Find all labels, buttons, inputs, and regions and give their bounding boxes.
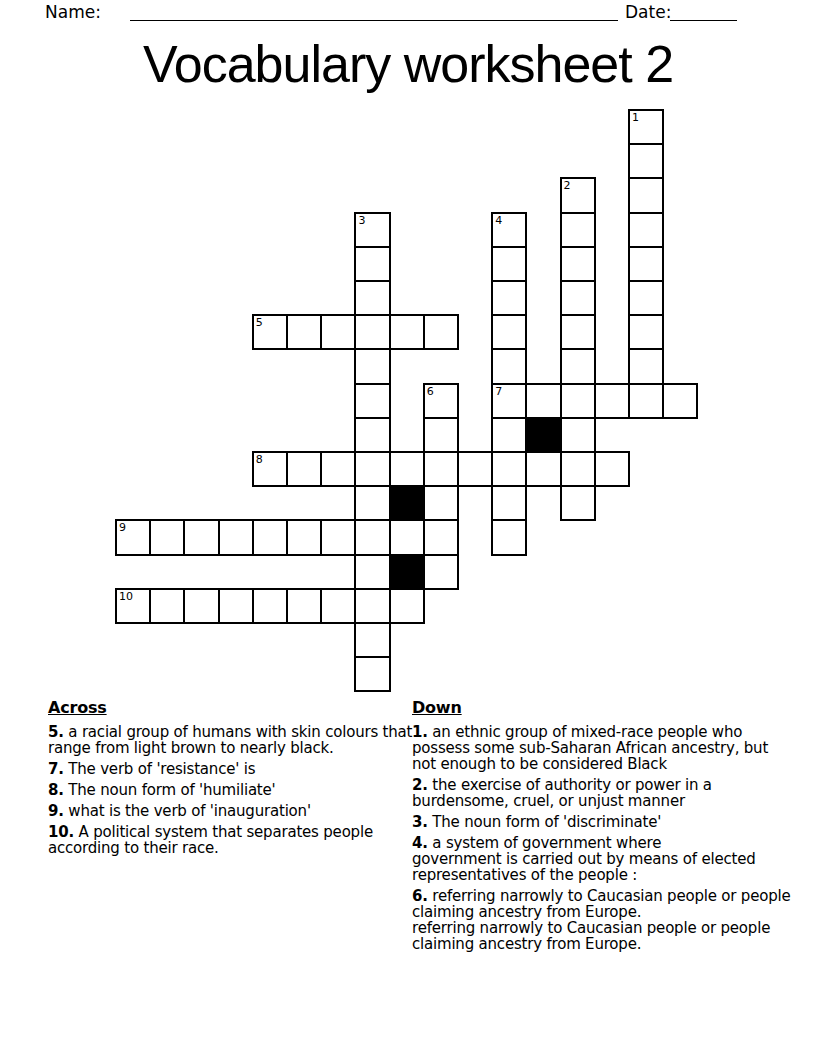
crossword-cell[interactable]: [594, 383, 630, 419]
name-blank-line[interactable]: [130, 20, 618, 21]
crossword-cell[interactable]: [560, 246, 596, 282]
crossword-cell[interactable]: [491, 417, 527, 453]
cell-number: 3: [358, 214, 365, 227]
crossword-cell[interactable]: [491, 246, 527, 282]
crossword-cell[interactable]: [423, 485, 459, 521]
clue-down-2: 2. the exercise of authority or power in…: [412, 777, 792, 809]
cell-number: 5: [256, 316, 263, 329]
crossword-cell[interactable]: [628, 246, 664, 282]
page-title: Vocabulary worksheet 2: [0, 34, 816, 94]
black-cell: [389, 485, 425, 521]
crossword-cell[interactable]: [354, 622, 390, 658]
crossword-cell[interactable]: [628, 280, 664, 316]
cell-number: 9: [119, 521, 126, 534]
crossword-cell[interactable]: [560, 485, 596, 521]
clue-across-7: 7. The verb of 'resistance' is: [48, 761, 428, 777]
clue-down-3: 3. The noun form of 'discriminate': [412, 814, 792, 830]
clue-across-8: 8. The noun form of 'humiliate': [48, 782, 428, 798]
crossword-cell[interactable]: [286, 588, 322, 624]
crossword-cell[interactable]: [491, 485, 527, 521]
crossword-cell[interactable]: [183, 519, 219, 555]
down-heading: Down: [412, 699, 792, 716]
crossword-cell[interactable]: 3: [354, 212, 390, 248]
clue-down-1: 1. an ethnic group of mixed-race people …: [412, 724, 792, 772]
crossword-cell[interactable]: [628, 143, 664, 179]
crossword-cell[interactable]: [252, 588, 288, 624]
clue-number: 3.: [412, 813, 428, 831]
crossword-cell[interactable]: [354, 451, 390, 487]
crossword-cell[interactable]: [320, 588, 356, 624]
crossword-cell[interactable]: [354, 417, 390, 453]
crossword-cell[interactable]: 6: [423, 383, 459, 419]
crossword-cell[interactable]: [560, 280, 596, 316]
clue-text: referring narrowly to Caucasian people o…: [412, 887, 795, 953]
crossword-cell[interactable]: 8: [252, 451, 288, 487]
crossword-cell[interactable]: [560, 417, 596, 453]
crossword-cell[interactable]: [183, 588, 219, 624]
crossword-cell[interactable]: [354, 519, 390, 555]
clue-number: 8.: [48, 781, 64, 799]
crossword-cell[interactable]: [354, 348, 390, 384]
crossword-cell[interactable]: [218, 519, 254, 555]
crossword-cell[interactable]: [525, 451, 561, 487]
clue-number: 9.: [48, 802, 64, 820]
crossword-cell[interactable]: [149, 588, 185, 624]
crossword-cell[interactable]: 4: [491, 212, 527, 248]
black-cell: [525, 417, 561, 453]
crossword-cell[interactable]: [286, 519, 322, 555]
crossword-cell[interactable]: [423, 451, 459, 487]
crossword-cell[interactable]: [354, 485, 390, 521]
crossword-cell[interactable]: [354, 246, 390, 282]
cell-number: 6: [427, 385, 434, 398]
crossword-cell[interactable]: [423, 519, 459, 555]
across-clues-section: Across 5. a racial group of humans with …: [48, 699, 428, 861]
name-label: Name:: [45, 2, 101, 22]
clue-text: what is the verb of 'inauguration': [68, 802, 310, 820]
crossword-cell[interactable]: [354, 314, 390, 350]
crossword-cell[interactable]: 10: [115, 588, 151, 624]
crossword-cell[interactable]: 9: [115, 519, 151, 555]
clue-number: 7.: [48, 760, 64, 778]
cell-number: 8: [256, 453, 263, 466]
crossword-cell[interactable]: 7: [491, 383, 527, 419]
date-blank-line[interactable]: [670, 20, 737, 21]
clue-text: a system of government where government …: [412, 834, 760, 884]
down-clues-section: Down 1. an ethnic group of mixed-race pe…: [412, 699, 792, 957]
crossword-cell[interactable]: [628, 348, 664, 384]
across-heading: Across: [48, 699, 428, 716]
cell-number: 1: [632, 111, 639, 124]
crossword-cell[interactable]: [423, 314, 459, 350]
clue-across-5: 5. a racial group of humans with skin co…: [48, 724, 428, 756]
black-cell: [389, 554, 425, 590]
clue-text: A political system that separates people…: [48, 823, 378, 857]
crossword-cell[interactable]: [423, 417, 459, 453]
crossword-cell[interactable]: [389, 588, 425, 624]
cell-number: 7: [495, 385, 502, 398]
crossword-cell[interactable]: [560, 348, 596, 384]
cell-number: 4: [495, 214, 502, 227]
crossword-cell[interactable]: 1: [628, 109, 664, 145]
crossword-cell[interactable]: 5: [252, 314, 288, 350]
crossword-cell[interactable]: [149, 519, 185, 555]
crossword-grid: 12345678910: [116, 110, 698, 692]
crossword-cell[interactable]: [354, 554, 390, 590]
crossword-cell[interactable]: [286, 451, 322, 487]
crossword-cell[interactable]: [560, 314, 596, 350]
clue-text: The noun form of 'discriminate': [432, 813, 661, 831]
crossword-cell[interactable]: [389, 451, 425, 487]
crossword-cell[interactable]: [491, 451, 527, 487]
crossword-cell[interactable]: [286, 314, 322, 350]
crossword-cell[interactable]: [628, 212, 664, 248]
clue-text: The verb of 'resistance' is: [68, 760, 255, 778]
crossword-cell[interactable]: [628, 383, 664, 419]
crossword-cell[interactable]: [560, 383, 596, 419]
clue-text: a racial group of humans with skin colou…: [48, 723, 417, 757]
clue-down-4: 4. a system of government where governme…: [412, 835, 792, 883]
crossword-cell[interactable]: [594, 451, 630, 487]
crossword-cell[interactable]: [354, 588, 390, 624]
crossword-cell[interactable]: [491, 348, 527, 384]
crossword-cell[interactable]: [560, 451, 596, 487]
crossword-cell[interactable]: [491, 519, 527, 555]
clue-text: The noun form of 'humiliate': [68, 781, 275, 799]
crossword-cell[interactable]: [628, 314, 664, 350]
clue-text: the exercise of authority or power in a …: [412, 776, 716, 810]
crossword-cell[interactable]: [354, 656, 390, 692]
date-label: Date:: [625, 2, 671, 22]
crossword-cell[interactable]: [628, 177, 664, 213]
crossword-cell[interactable]: [423, 554, 459, 590]
crossword-cell[interactable]: [320, 519, 356, 555]
worksheet-page: Name: Date: Vocabulary worksheet 2 12345…: [0, 0, 816, 1056]
clue-down-6: 6. referring narrowly to Caucasian peopl…: [412, 888, 792, 952]
crossword-cell[interactable]: [389, 314, 425, 350]
clue-across-10: 10. A political system that separates pe…: [48, 824, 428, 856]
clue-across-9: 9. what is the verb of 'inauguration': [48, 803, 428, 819]
crossword-cell[interactable]: [320, 451, 356, 487]
cell-number: 2: [564, 179, 571, 192]
crossword-cell[interactable]: 2: [560, 177, 596, 213]
crossword-cell[interactable]: [389, 519, 425, 555]
clue-text: an ethnic group of mixed-race people who…: [412, 723, 773, 773]
crossword-cell[interactable]: [457, 451, 493, 487]
crossword-cell[interactable]: [491, 314, 527, 350]
crossword-cell[interactable]: [560, 212, 596, 248]
crossword-cell[interactable]: [218, 588, 254, 624]
crossword-cell[interactable]: [491, 280, 527, 316]
crossword-cell[interactable]: [354, 280, 390, 316]
crossword-cell[interactable]: [320, 314, 356, 350]
crossword-cell[interactable]: [525, 383, 561, 419]
crossword-cell[interactable]: [354, 383, 390, 419]
crossword-cell[interactable]: [662, 383, 698, 419]
crossword-cell[interactable]: [252, 519, 288, 555]
cell-number: 10: [119, 590, 133, 603]
